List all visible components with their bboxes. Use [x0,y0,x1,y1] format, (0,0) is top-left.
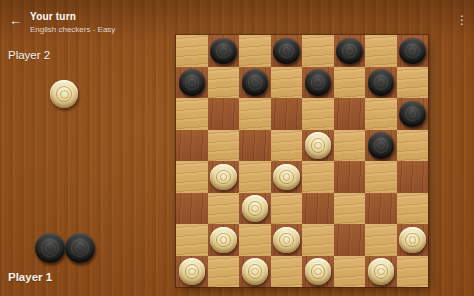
square-r0c2[interactable] [239,35,271,67]
square-r7c3[interactable] [271,256,303,288]
square-r6c2[interactable] [239,224,271,256]
page-subtitle: English checkers - Easy [30,25,115,34]
square-r6c6[interactable] [365,224,397,256]
square-r1c3[interactable] [271,67,303,99]
square-r1c7[interactable] [397,67,429,99]
square-r5c5[interactable] [334,193,366,225]
square-r5c6[interactable] [365,193,397,225]
white-piece[interactable] [242,195,269,222]
square-r7c1[interactable] [208,256,240,288]
square-r2c5[interactable] [334,98,366,130]
square-r0c1[interactable] [208,35,240,67]
square-r7c2[interactable] [239,256,271,288]
square-r1c1[interactable] [208,67,240,99]
white-piece[interactable] [273,164,300,191]
square-r5c3[interactable] [271,193,303,225]
square-r2c7[interactable] [397,98,429,130]
white-piece[interactable] [242,258,269,285]
square-r3c6[interactable] [365,130,397,162]
black-piece[interactable] [368,132,395,159]
white-piece[interactable] [210,164,237,191]
square-r2c2[interactable] [239,98,271,130]
square-r0c5[interactable] [334,35,366,67]
black-piece[interactable] [242,69,269,96]
square-r2c6[interactable] [365,98,397,130]
overflow-menu-icon[interactable]: ⋮ [456,13,468,27]
black-piece[interactable] [305,69,332,96]
square-r1c6[interactable] [365,67,397,99]
square-r4c7[interactable] [397,161,429,193]
square-r3c0[interactable] [176,130,208,162]
square-r4c0[interactable] [176,161,208,193]
square-r3c4[interactable] [302,130,334,162]
black-piece[interactable] [179,69,206,96]
square-r7c7[interactable] [397,256,429,288]
black-piece[interactable] [399,101,426,128]
square-r1c5[interactable] [334,67,366,99]
square-r5c0[interactable] [176,193,208,225]
square-r1c0[interactable] [176,67,208,99]
back-arrow-icon[interactable]: ← [9,14,22,28]
square-r5c2[interactable] [239,193,271,225]
square-r6c5[interactable] [334,224,366,256]
square-r7c4[interactable] [302,256,334,288]
square-r0c0[interactable] [176,35,208,67]
square-r5c1[interactable] [208,193,240,225]
appbar-titles: Your turn English checkers - Easy [30,11,115,34]
white-piece[interactable] [305,258,332,285]
square-r3c1[interactable] [208,130,240,162]
square-r7c5[interactable] [334,256,366,288]
square-r2c4[interactable] [302,98,334,130]
captured-black-piece [35,233,65,263]
square-r2c0[interactable] [176,98,208,130]
white-piece[interactable] [399,227,426,254]
square-r0c7[interactable] [397,35,429,67]
square-r6c1[interactable] [208,224,240,256]
square-r6c3[interactable] [271,224,303,256]
black-piece[interactable] [273,38,300,65]
square-r4c4[interactable] [302,161,334,193]
square-r5c4[interactable] [302,193,334,225]
square-r4c6[interactable] [365,161,397,193]
square-r7c0[interactable] [176,256,208,288]
square-r4c2[interactable] [239,161,271,193]
square-r3c5[interactable] [334,130,366,162]
square-r4c5[interactable] [334,161,366,193]
white-piece[interactable] [305,132,332,159]
square-r0c6[interactable] [365,35,397,67]
black-piece[interactable] [368,69,395,96]
player1-label: Player 1 [8,271,52,283]
white-piece[interactable] [368,258,395,285]
white-piece[interactable] [273,227,300,254]
square-r1c2[interactable] [239,67,271,99]
square-r2c1[interactable] [208,98,240,130]
black-piece[interactable] [399,38,426,65]
square-r3c3[interactable] [271,130,303,162]
black-piece[interactable] [210,38,237,65]
captured-black-piece [65,233,95,263]
square-r5c7[interactable] [397,193,429,225]
square-r6c4[interactable] [302,224,334,256]
square-r6c7[interactable] [397,224,429,256]
captured-white-piece [50,80,78,108]
square-r4c3[interactable] [271,161,303,193]
square-r0c4[interactable] [302,35,334,67]
square-r3c7[interactable] [397,130,429,162]
white-piece[interactable] [210,227,237,254]
square-r1c4[interactable] [302,67,334,99]
white-piece[interactable] [179,258,206,285]
player2-label: Player 2 [8,49,50,61]
square-r3c2[interactable] [239,130,271,162]
page-title: Your turn [30,11,115,22]
square-r4c1[interactable] [208,161,240,193]
square-r0c3[interactable] [271,35,303,67]
checkers-board [176,35,428,287]
square-r6c0[interactable] [176,224,208,256]
square-r7c6[interactable] [365,256,397,288]
square-r2c3[interactable] [271,98,303,130]
game-screen: ← Your turn English checkers - Easy ⋮ Pl… [0,0,474,296]
black-piece[interactable] [336,38,363,65]
